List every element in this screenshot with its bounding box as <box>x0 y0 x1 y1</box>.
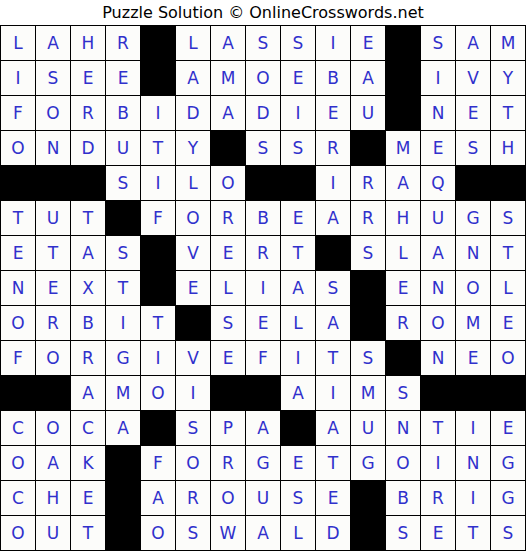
letter-cell-r14c9[interactable]: S <box>281 481 315 515</box>
letter-cell-r14c14[interactable]: I <box>456 481 490 515</box>
letter-cell-r8c15[interactable]: L <box>491 271 525 305</box>
block-cell-r12c9 <box>281 411 315 445</box>
letter-cell-r6c3[interactable]: T <box>71 201 105 235</box>
letter-cell-r10c8[interactable]: F <box>246 341 280 375</box>
letter-cell-r2c1[interactable]: I <box>1 61 35 95</box>
block-cell-r5c14 <box>456 166 490 200</box>
letter-cell-r6c12[interactable]: H <box>386 201 420 235</box>
letter-cell-r3c9[interactable]: I <box>281 96 315 130</box>
letter-cell-r7c2[interactable]: T <box>36 236 70 270</box>
letter-cell-r13c9[interactable]: E <box>281 446 315 480</box>
letter-cell-r8c6[interactable]: E <box>176 271 210 305</box>
letter-cell-r1c10[interactable]: I <box>316 26 350 60</box>
letter-cell-r15c2[interactable]: U <box>36 516 70 550</box>
letter-cell-r14c15[interactable]: G <box>491 481 525 515</box>
letter-cell-r9c12[interactable]: R <box>386 306 420 340</box>
letter-cell-r10c6[interactable]: V <box>176 341 210 375</box>
letter-cell-r7c4[interactable]: S <box>106 236 140 270</box>
letter-cell-r2c15[interactable]: Y <box>491 61 525 95</box>
letter-cell-r10c9[interactable]: I <box>281 341 315 375</box>
letter-cell-r9c1[interactable]: O <box>1 306 35 340</box>
letter-cell-r4c15[interactable]: H <box>491 131 525 165</box>
letter-cell-r2c7[interactable]: M <box>211 61 245 95</box>
letter-cell-r7c15[interactable]: T <box>491 236 525 270</box>
letter-cell-r14c10[interactable]: E <box>316 481 350 515</box>
letter-cell-r4c3[interactable]: D <box>71 131 105 165</box>
letter-cell-r15c5[interactable]: O <box>141 516 175 550</box>
letter-cell-r11c10[interactable]: I <box>316 376 350 410</box>
letter-cell-r4c13[interactable]: E <box>421 131 455 165</box>
letter-cell-r11c3[interactable]: A <box>71 376 105 410</box>
letter-cell-r7c3[interactable]: A <box>71 236 105 270</box>
letter-cell-r15c6[interactable]: S <box>176 516 210 550</box>
block-cell-r10c12 <box>386 341 420 375</box>
letter-cell-r2c3[interactable]: E <box>71 61 105 95</box>
letter-cell-r9c14[interactable]: M <box>456 306 490 340</box>
letter-cell-r10c13[interactable]: N <box>421 341 455 375</box>
letter-cell-r15c8[interactable]: A <box>246 516 280 550</box>
block-cell-r5c2 <box>36 166 70 200</box>
letter-cell-r14c12[interactable]: B <box>386 481 420 515</box>
letter-cell-r15c14[interactable]: T <box>456 516 490 550</box>
letter-cell-r11c4[interactable]: M <box>106 376 140 410</box>
letter-cell-r3c11[interactable]: U <box>351 96 385 130</box>
letter-cell-r12c14[interactable]: I <box>456 411 490 445</box>
letter-cell-r1c13[interactable]: S <box>421 26 455 60</box>
block-cell-r11c8 <box>246 376 280 410</box>
letter-cell-r9c9[interactable]: L <box>281 306 315 340</box>
letter-cell-r13c6[interactable]: O <box>176 446 210 480</box>
letter-cell-r2c10[interactable]: B <box>316 61 350 95</box>
letter-cell-r7c7[interactable]: E <box>211 236 245 270</box>
letter-cell-r9c15[interactable]: E <box>491 306 525 340</box>
block-cell-r5c9 <box>281 166 315 200</box>
letter-cell-r15c13[interactable]: E <box>421 516 455 550</box>
block-cell-r11c13 <box>421 376 455 410</box>
letter-cell-r8c4[interactable]: T <box>106 271 140 305</box>
letter-cell-r10c1[interactable]: F <box>1 341 35 375</box>
letter-cell-r4c5[interactable]: T <box>141 131 175 165</box>
block-cell-r2c5 <box>141 61 175 95</box>
block-cell-r5c3 <box>71 166 105 200</box>
letter-cell-r6c9[interactable]: E <box>281 201 315 235</box>
letter-cell-r1c11[interactable]: E <box>351 26 385 60</box>
letter-cell-r10c7[interactable]: E <box>211 341 245 375</box>
letter-cell-r4c14[interactable]: S <box>456 131 490 165</box>
letter-cell-r1c6[interactable]: L <box>176 26 210 60</box>
letter-cell-r2c13[interactable]: I <box>421 61 455 95</box>
block-cell-r5c15 <box>491 166 525 200</box>
letter-cell-r10c3[interactable]: R <box>71 341 105 375</box>
letter-cell-r12c7[interactable]: P <box>211 411 245 445</box>
letter-cell-r9c5[interactable]: T <box>141 306 175 340</box>
letter-cell-r13c5[interactable]: F <box>141 446 175 480</box>
letter-cell-r8c12[interactable]: E <box>386 271 420 305</box>
letter-cell-r9c10[interactable]: A <box>316 306 350 340</box>
letter-cell-r2c4[interactable]: E <box>106 61 140 95</box>
letter-cell-r3c13[interactable]: N <box>421 96 455 130</box>
block-cell-r11c14 <box>456 376 490 410</box>
letter-cell-r9c2[interactable]: R <box>36 306 70 340</box>
letter-cell-r7c12[interactable]: L <box>386 236 420 270</box>
letter-cell-r2c8[interactable]: O <box>246 61 280 95</box>
letter-cell-r1c8[interactable]: S <box>246 26 280 60</box>
letter-cell-r5c7[interactable]: O <box>211 166 245 200</box>
letter-cell-r4c2[interactable]: N <box>36 131 70 165</box>
letter-cell-r5c11[interactable]: R <box>351 166 385 200</box>
crossword-grid: LAHRLASSIESAMISEEAMOEBAIVYFORBIDADIEUNET… <box>0 25 526 551</box>
block-cell-r13c4 <box>106 446 140 480</box>
letter-cell-r2c6[interactable]: A <box>176 61 210 95</box>
letter-cell-r15c9[interactable]: L <box>281 516 315 550</box>
letter-cell-r14c7[interactable]: O <box>211 481 245 515</box>
letter-cell-r3c3[interactable]: R <box>71 96 105 130</box>
letter-cell-r14c3[interactable]: E <box>71 481 105 515</box>
letter-cell-r6c1[interactable]: T <box>1 201 35 235</box>
letter-cell-r9c3[interactable]: B <box>71 306 105 340</box>
letter-cell-r12c11[interactable]: U <box>351 411 385 445</box>
letter-cell-r1c4[interactable]: R <box>106 26 140 60</box>
letter-cell-r12c13[interactable]: T <box>421 411 455 445</box>
letter-cell-r9c8[interactable]: E <box>246 306 280 340</box>
letter-cell-r1c2[interactable]: A <box>36 26 70 60</box>
letter-cell-r5c12[interactable]: A <box>386 166 420 200</box>
letter-cell-r10c14[interactable]: E <box>456 341 490 375</box>
letter-cell-r3c15[interactable]: T <box>491 96 525 130</box>
block-cell-r3c12 <box>386 96 420 130</box>
letter-cell-r6c5[interactable]: F <box>141 201 175 235</box>
letter-cell-r14c13[interactable]: R <box>421 481 455 515</box>
letter-cell-r1c7[interactable]: A <box>211 26 245 60</box>
letter-cell-r10c5[interactable]: I <box>141 341 175 375</box>
letter-cell-r10c4[interactable]: G <box>106 341 140 375</box>
letter-cell-r6c10[interactable]: A <box>316 201 350 235</box>
letter-cell-r4c1[interactable]: O <box>1 131 35 165</box>
letter-cell-r6c7[interactable]: R <box>211 201 245 235</box>
letter-cell-r13c15[interactable]: G <box>491 446 525 480</box>
letter-cell-r7c11[interactable]: S <box>351 236 385 270</box>
letter-cell-r9c13[interactable]: O <box>421 306 455 340</box>
block-cell-r7c10 <box>316 236 350 270</box>
block-cell-r4c7 <box>211 131 245 165</box>
block-cell-r9c11 <box>351 306 385 340</box>
letter-cell-r7c14[interactable]: N <box>456 236 490 270</box>
letter-cell-r12c6[interactable]: S <box>176 411 210 445</box>
letter-cell-r11c6[interactable]: I <box>176 376 210 410</box>
letter-cell-r8c9[interactable]: A <box>281 271 315 305</box>
letter-cell-r13c7[interactable]: R <box>211 446 245 480</box>
block-cell-r1c5 <box>141 26 175 60</box>
block-cell-r15c11 <box>351 516 385 550</box>
letter-cell-r6c15[interactable]: S <box>491 201 525 235</box>
page-title: Puzzle Solution © OnlineCrosswords.net <box>0 0 526 25</box>
letter-cell-r12c10[interactable]: A <box>316 411 350 445</box>
letter-cell-r8c7[interactable]: L <box>211 271 245 305</box>
letter-cell-r1c1[interactable]: L <box>1 26 35 60</box>
letter-cell-r14c5[interactable]: A <box>141 481 175 515</box>
letter-cell-r12c2[interactable]: O <box>36 411 70 445</box>
letter-cell-r7c9[interactable]: T <box>281 236 315 270</box>
letter-cell-r8c8[interactable]: I <box>246 271 280 305</box>
letter-cell-r3c4[interactable]: B <box>106 96 140 130</box>
letter-cell-r3c2[interactable]: O <box>36 96 70 130</box>
letter-cell-r4c12[interactable]: M <box>386 131 420 165</box>
letter-cell-r3c10[interactable]: E <box>316 96 350 130</box>
letter-cell-r11c5[interactable]: O <box>141 376 175 410</box>
letter-cell-r7c1[interactable]: E <box>1 236 35 270</box>
block-cell-r5c8 <box>246 166 280 200</box>
letter-cell-r5c13[interactable]: Q <box>421 166 455 200</box>
letter-cell-r2c2[interactable]: S <box>36 61 70 95</box>
letter-cell-r6c8[interactable]: B <box>246 201 280 235</box>
letter-cell-r3c6[interactable]: D <box>176 96 210 130</box>
letter-cell-r11c9[interactable]: A <box>281 376 315 410</box>
letter-cell-r9c4[interactable]: I <box>106 306 140 340</box>
letter-cell-r13c14[interactable]: N <box>456 446 490 480</box>
letter-cell-r2c9[interactable]: E <box>281 61 315 95</box>
letter-cell-r9c7[interactable]: S <box>211 306 245 340</box>
letter-cell-r12c15[interactable]: E <box>491 411 525 445</box>
block-cell-r11c15 <box>491 376 525 410</box>
block-cell-r14c4 <box>106 481 140 515</box>
letter-cell-r3c5[interactable]: I <box>141 96 175 130</box>
letter-cell-r6c14[interactable]: G <box>456 201 490 235</box>
letter-cell-r15c15[interactable]: S <box>491 516 525 550</box>
letter-cell-r6c6[interactable]: O <box>176 201 210 235</box>
letter-cell-r4c10[interactable]: R <box>316 131 350 165</box>
letter-cell-r5c5[interactable]: I <box>141 166 175 200</box>
letter-cell-r3c1[interactable]: F <box>1 96 35 130</box>
letter-cell-r5c6[interactable]: L <box>176 166 210 200</box>
block-cell-r7c5 <box>141 236 175 270</box>
letter-cell-r4c4[interactable]: U <box>106 131 140 165</box>
letter-cell-r13c1[interactable]: O <box>1 446 35 480</box>
block-cell-r15c4 <box>106 516 140 550</box>
block-cell-r11c7 <box>211 376 245 410</box>
letter-cell-r8c14[interactable]: O <box>456 271 490 305</box>
letter-cell-r10c11[interactable]: S <box>351 341 385 375</box>
letter-cell-r11c12[interactable]: S <box>386 376 420 410</box>
letter-cell-r10c2[interactable]: O <box>36 341 70 375</box>
block-cell-r8c11 <box>351 271 385 305</box>
block-cell-r9c6 <box>176 306 210 340</box>
letter-cell-r3c7[interactable]: A <box>211 96 245 130</box>
block-cell-r5c1 <box>1 166 35 200</box>
letter-cell-r5c10[interactable]: I <box>316 166 350 200</box>
block-cell-r11c1 <box>1 376 35 410</box>
letter-cell-r5c4[interactable]: S <box>106 166 140 200</box>
letter-cell-r14c8[interactable]: U <box>246 481 280 515</box>
letter-cell-r1c15[interactable]: M <box>491 26 525 60</box>
letter-cell-r13c12[interactable]: O <box>386 446 420 480</box>
block-cell-r8c5 <box>141 271 175 305</box>
letter-cell-r12c3[interactable]: C <box>71 411 105 445</box>
letter-cell-r3c14[interactable]: E <box>456 96 490 130</box>
block-cell-r12c5 <box>141 411 175 445</box>
letter-cell-r4c6[interactable]: Y <box>176 131 210 165</box>
letter-cell-r3c8[interactable]: D <box>246 96 280 130</box>
letter-cell-r15c3[interactable]: T <box>71 516 105 550</box>
letter-cell-r8c13[interactable]: N <box>421 271 455 305</box>
letter-cell-r15c10[interactable]: D <box>316 516 350 550</box>
letter-cell-r1c9[interactable]: S <box>281 26 315 60</box>
letter-cell-r13c10[interactable]: T <box>316 446 350 480</box>
letter-cell-r15c1[interactable]: O <box>1 516 35 550</box>
letter-cell-r8c1[interactable]: N <box>1 271 35 305</box>
letter-cell-r12c12[interactable]: N <box>386 411 420 445</box>
letter-cell-r7c6[interactable]: V <box>176 236 210 270</box>
letter-cell-r14c2[interactable]: H <box>36 481 70 515</box>
letter-cell-r1c14[interactable]: A <box>456 26 490 60</box>
letter-cell-r7c13[interactable]: A <box>421 236 455 270</box>
letter-cell-r14c6[interactable]: R <box>176 481 210 515</box>
letter-cell-r8c3[interactable]: X <box>71 271 105 305</box>
letter-cell-r12c4[interactable]: A <box>106 411 140 445</box>
block-cell-r2c12 <box>386 61 420 95</box>
letter-cell-r13c13[interactable]: I <box>421 446 455 480</box>
letter-cell-r7c8[interactable]: R <box>246 236 280 270</box>
letter-cell-r13c11[interactable]: G <box>351 446 385 480</box>
letter-cell-r6c11[interactable]: R <box>351 201 385 235</box>
letter-cell-r8c10[interactable]: S <box>316 271 350 305</box>
letter-cell-r4c8[interactable]: S <box>246 131 280 165</box>
letter-cell-r10c10[interactable]: T <box>316 341 350 375</box>
block-cell-r4c11 <box>351 131 385 165</box>
letter-cell-r12c1[interactable]: C <box>1 411 35 445</box>
letter-cell-r10c15[interactable]: O <box>491 341 525 375</box>
letter-cell-r13c8[interactable]: G <box>246 446 280 480</box>
letter-cell-r13c3[interactable]: K <box>71 446 105 480</box>
block-cell-r6c4 <box>106 201 140 235</box>
block-cell-r1c12 <box>386 26 420 60</box>
letter-cell-r15c12[interactable]: S <box>386 516 420 550</box>
letter-cell-r1c3[interactable]: H <box>71 26 105 60</box>
letter-cell-r2c14[interactable]: V <box>456 61 490 95</box>
letter-cell-r4c9[interactable]: S <box>281 131 315 165</box>
letter-cell-r2c11[interactable]: A <box>351 61 385 95</box>
block-cell-r14c11 <box>351 481 385 515</box>
block-cell-r11c2 <box>36 376 70 410</box>
letter-cell-r6c2[interactable]: U <box>36 201 70 235</box>
letter-cell-r13c2[interactable]: A <box>36 446 70 480</box>
letter-cell-r8c2[interactable]: E <box>36 271 70 305</box>
letter-cell-r14c1[interactable]: C <box>1 481 35 515</box>
letter-cell-r15c7[interactable]: W <box>211 516 245 550</box>
letter-cell-r12c8[interactable]: A <box>246 411 280 445</box>
letter-cell-r6c13[interactable]: U <box>421 201 455 235</box>
letter-cell-r11c11[interactable]: M <box>351 376 385 410</box>
crossword-solution-page: Puzzle Solution © OnlineCrosswords.net L… <box>0 0 526 551</box>
